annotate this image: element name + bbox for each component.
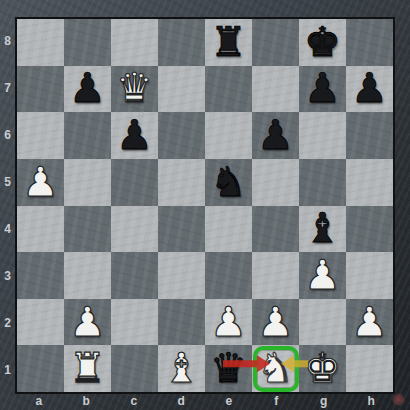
square-h2[interactable]: ♟ xyxy=(346,299,393,346)
white-rook[interactable]: ♜ xyxy=(69,348,106,389)
file-label-f: f xyxy=(253,392,301,410)
rank-label-2: 2 xyxy=(0,300,15,347)
square-h3[interactable] xyxy=(346,252,393,299)
square-f6[interactable]: ♟ xyxy=(252,112,299,159)
square-c7[interactable]: ♛ xyxy=(111,66,158,113)
square-d4[interactable] xyxy=(158,206,205,253)
square-d6[interactable] xyxy=(158,112,205,159)
square-b5[interactable] xyxy=(64,159,111,206)
black-king[interactable]: ♚ xyxy=(304,22,341,63)
corner-dot xyxy=(392,393,405,406)
square-d3[interactable] xyxy=(158,252,205,299)
white-queen[interactable]: ♛ xyxy=(116,68,153,109)
rank-label-6: 6 xyxy=(0,111,15,158)
square-c4[interactable] xyxy=(111,206,158,253)
black-pawn[interactable]: ♟ xyxy=(304,68,341,109)
white-bishop[interactable]: ♝ xyxy=(163,348,200,389)
square-e4[interactable] xyxy=(205,206,252,253)
file-label-a: a xyxy=(15,392,63,410)
white-pawn[interactable]: ♟ xyxy=(210,302,247,343)
white-pawn[interactable]: ♟ xyxy=(257,302,294,343)
rank-label-3: 3 xyxy=(0,253,15,300)
file-label-b: b xyxy=(63,392,111,410)
white-pawn[interactable]: ♟ xyxy=(22,162,59,203)
square-h8[interactable] xyxy=(346,19,393,66)
square-h4[interactable] xyxy=(346,206,393,253)
square-d5[interactable] xyxy=(158,159,205,206)
square-g7[interactable]: ♟ xyxy=(299,66,346,113)
file-label-c: c xyxy=(110,392,158,410)
square-f4[interactable] xyxy=(252,206,299,253)
white-pawn[interactable]: ♟ xyxy=(69,302,106,343)
square-f2[interactable]: ♟ xyxy=(252,299,299,346)
square-b3[interactable] xyxy=(64,252,111,299)
square-c2[interactable] xyxy=(111,299,158,346)
square-d1[interactable]: ♝ xyxy=(158,345,205,392)
rank-labels: 87654321 xyxy=(0,17,15,394)
square-b8[interactable] xyxy=(64,19,111,66)
square-a5[interactable]: ♟ xyxy=(17,159,64,206)
square-f3[interactable] xyxy=(252,252,299,299)
square-d2[interactable] xyxy=(158,299,205,346)
square-e3[interactable] xyxy=(205,252,252,299)
square-a7[interactable] xyxy=(17,66,64,113)
square-f1[interactable]: ♞ xyxy=(252,345,299,392)
square-b4[interactable] xyxy=(64,206,111,253)
rank-label-5: 5 xyxy=(0,158,15,205)
rank-label-1: 1 xyxy=(0,347,15,394)
square-d8[interactable] xyxy=(158,19,205,66)
file-labels: abcdefgh xyxy=(15,392,395,410)
square-a8[interactable] xyxy=(17,19,64,66)
square-g8[interactable]: ♚ xyxy=(299,19,346,66)
chess-board: ♜♚♟♛♟♟♟♟♟♞♝♟♟♟♟♟♜♝♛♞♚ xyxy=(15,17,395,394)
square-a6[interactable] xyxy=(17,112,64,159)
black-knight[interactable]: ♞ xyxy=(210,162,247,203)
file-label-e: e xyxy=(205,392,253,410)
black-pawn[interactable]: ♟ xyxy=(69,68,106,109)
white-king[interactable]: ♚ xyxy=(304,348,341,389)
square-f7[interactable] xyxy=(252,66,299,113)
square-b6[interactable] xyxy=(64,112,111,159)
black-pawn[interactable]: ♟ xyxy=(257,115,294,156)
black-queen[interactable]: ♛ xyxy=(210,348,247,389)
square-g3[interactable]: ♟ xyxy=(299,252,346,299)
file-label-g: g xyxy=(300,392,348,410)
square-b1[interactable]: ♜ xyxy=(64,345,111,392)
rank-label-7: 7 xyxy=(0,64,15,111)
square-h6[interactable] xyxy=(346,112,393,159)
square-d7[interactable] xyxy=(158,66,205,113)
board-frame: 87654321 ♜♚♟♛♟♟♟♟♟♞♝♟♟♟♟♟♜♝♛♞♚ abcdefgh xyxy=(0,0,410,410)
white-pawn[interactable]: ♟ xyxy=(351,302,388,343)
black-pawn[interactable]: ♟ xyxy=(351,68,388,109)
square-h1[interactable] xyxy=(346,345,393,392)
file-label-h: h xyxy=(348,392,396,410)
file-label-d: d xyxy=(158,392,206,410)
square-e7[interactable] xyxy=(205,66,252,113)
square-g1[interactable]: ♚ xyxy=(299,345,346,392)
square-f5[interactable] xyxy=(252,159,299,206)
white-knight[interactable]: ♞ xyxy=(257,348,294,389)
square-c8[interactable] xyxy=(111,19,158,66)
square-h5[interactable] xyxy=(346,159,393,206)
square-c5[interactable] xyxy=(111,159,158,206)
square-g2[interactable] xyxy=(299,299,346,346)
square-a1[interactable] xyxy=(17,345,64,392)
square-g4[interactable]: ♝ xyxy=(299,206,346,253)
square-e8[interactable]: ♜ xyxy=(205,19,252,66)
square-g5[interactable] xyxy=(299,159,346,206)
square-b2[interactable]: ♟ xyxy=(64,299,111,346)
square-g6[interactable] xyxy=(299,112,346,159)
white-pawn[interactable]: ♟ xyxy=(304,255,341,296)
square-c6[interactable]: ♟ xyxy=(111,112,158,159)
square-e6[interactable] xyxy=(205,112,252,159)
square-b7[interactable]: ♟ xyxy=(64,66,111,113)
black-pawn[interactable]: ♟ xyxy=(116,115,153,156)
square-a4[interactable] xyxy=(17,206,64,253)
black-bishop[interactable]: ♝ xyxy=(304,208,341,249)
square-e5[interactable]: ♞ xyxy=(205,159,252,206)
square-a2[interactable] xyxy=(17,299,64,346)
rank-label-8: 8 xyxy=(0,17,15,64)
square-a3[interactable] xyxy=(17,252,64,299)
square-c3[interactable] xyxy=(111,252,158,299)
square-h7[interactable]: ♟ xyxy=(346,66,393,113)
black-rook[interactable]: ♜ xyxy=(210,22,247,63)
square-e2[interactable]: ♟ xyxy=(205,299,252,346)
square-f8[interactable] xyxy=(252,19,299,66)
rank-label-4: 4 xyxy=(0,206,15,253)
square-e1[interactable]: ♛ xyxy=(205,345,252,392)
square-c1[interactable] xyxy=(111,345,158,392)
